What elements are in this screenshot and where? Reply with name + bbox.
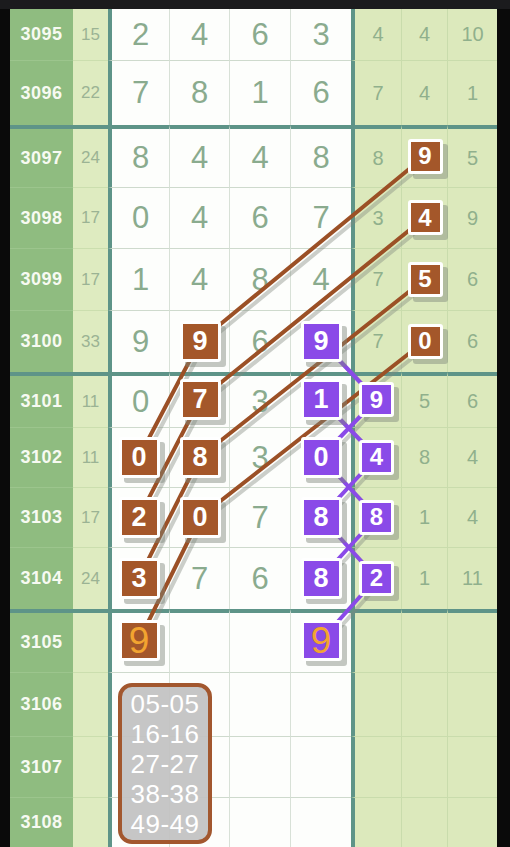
note-line: 38-38 [131,779,200,809]
status-bar [0,0,510,9]
cell-3105-s2 [402,609,448,672]
cell-3106-s1 [351,672,402,736]
cell-3103-s2: 1 [402,487,448,547]
cell-3097-m4: 8 [291,125,351,187]
cell-3097-sum: 24 [73,125,108,187]
cell-3099-m2: 4 [170,248,230,310]
highlight-brown-3105-m1: 9 [119,620,160,661]
cell-3105-s3 [448,609,497,672]
cell-3106-m3 [230,672,291,736]
highlight-brown-3100-s2: 0 [408,324,443,359]
cell-3107-s3 [448,736,497,797]
cell-3098-s1: 3 [351,187,402,248]
cell-3097-m2: 4 [170,125,230,187]
highlight-purple-3103-s1: 8 [359,500,394,535]
cell-3105-id: 3105 [10,609,73,672]
cell-3105-s1 [351,609,402,672]
cell-3105-m3 [230,609,291,672]
cell-3100-m1: 9 [108,310,170,372]
cell-3098-m2: 4 [170,187,230,248]
cell-3106-id: 3106 [10,672,73,736]
cell-3107-s1 [351,736,402,797]
note-box: 05-0516-1627-2738-3849-49 [118,683,212,844]
cell-3098-sum: 17 [73,187,108,248]
cell-3095-m3: 6 [230,9,291,60]
cell-3099-m4: 4 [291,248,351,310]
cell-3100-sum: 33 [73,310,108,372]
cell-3097-m3: 4 [230,125,291,187]
cell-3105-m2 [170,609,230,672]
cell-3104-m2: 7 [170,547,230,609]
cell-3099-id: 3099 [10,248,73,310]
highlight-purple-3102-m4: 0 [301,437,342,478]
cell-3104-sum: 24 [73,547,108,609]
cell-3098-m4: 7 [291,187,351,248]
note-line: 27-27 [131,749,200,779]
cell-3097-m1: 8 [108,125,170,187]
cell-3102-s3: 4 [448,427,497,487]
note-line: 16-16 [131,719,200,749]
cell-3097-s1: 8 [351,125,402,187]
cell-3108-m4 [291,797,351,847]
cell-3099-s3: 6 [448,248,497,310]
highlight-brown-3097-s2: 9 [408,139,443,174]
cell-3095-m4: 3 [291,9,351,60]
cell-3097-id: 3097 [10,125,73,187]
highlight-purple-3100-m4: 9 [301,321,342,362]
cell-3102-m3: 3 [230,427,291,487]
highlight-brown-3103-m2: 0 [180,497,221,538]
cell-3106-m4 [291,672,351,736]
cell-3101-id: 3101 [10,372,73,427]
cell-3095-s1: 4 [351,9,402,60]
cell-3106-s3 [448,672,497,736]
trend-grid: 3095152463441030962278167413097248448853… [10,9,497,847]
cell-3099-m1: 1 [108,248,170,310]
cell-3108-id: 3108 [10,797,73,847]
cell-3100-m3: 6 [230,310,291,372]
cell-3108-sum [73,797,108,847]
cell-3104-s3: 11 [448,547,497,609]
highlight-brown-3104-m1: 3 [119,558,160,599]
highlight-purple-3104-m4: 8 [301,558,342,599]
highlight-purple-3104-s1: 2 [359,561,394,596]
cell-3101-m1: 0 [108,372,170,427]
highlight-brown-3101-m2: 7 [180,379,221,420]
cell-3107-id: 3107 [10,736,73,797]
cell-3095-s2: 4 [402,9,448,60]
cell-3096-m1: 7 [108,60,170,125]
cell-3096-s3: 1 [448,60,497,125]
cell-3096-m4: 6 [291,60,351,125]
cell-3095-s3: 10 [448,9,497,60]
cell-3107-s2 [402,736,448,797]
highlight-purple-3101-s1: 9 [359,382,394,417]
cell-3096-s1: 7 [351,60,402,125]
highlight-brown-3103-m1: 2 [119,497,160,538]
cell-3103-s3: 4 [448,487,497,547]
cell-3096-s2: 4 [402,60,448,125]
cell-3097-s3: 5 [448,125,497,187]
cell-3103-sum: 17 [73,487,108,547]
cell-3107-sum [73,736,108,797]
cell-3108-s2 [402,797,448,847]
highlight-purple-3105-m4: 9 [301,620,342,661]
highlight-brown-3102-m1: 0 [119,437,160,478]
cell-3098-m3: 6 [230,187,291,248]
note-line: 49-49 [131,809,200,839]
cell-3096-m2: 8 [170,60,230,125]
cell-3099-m3: 8 [230,248,291,310]
cell-3095-m2: 4 [170,9,230,60]
cell-3101-m3: 3 [230,372,291,427]
cell-3103-m3: 7 [230,487,291,547]
cell-3101-s3: 6 [448,372,497,427]
cell-3100-s3: 6 [448,310,497,372]
note-line: 05-05 [131,689,200,719]
cell-3108-s1 [351,797,402,847]
cell-3100-s1: 7 [351,310,402,372]
cell-3099-sum: 17 [73,248,108,310]
cell-3098-s3: 9 [448,187,497,248]
cell-3101-sum: 11 [73,372,108,427]
cell-3102-id: 3102 [10,427,73,487]
cell-3107-m3 [230,736,291,797]
highlight-brown-3102-m2: 8 [180,437,221,478]
cell-3104-id: 3104 [10,547,73,609]
cell-3104-s2: 1 [402,547,448,609]
cell-3098-m1: 0 [108,187,170,248]
highlight-purple-3101-m4: 1 [301,379,342,420]
cell-3102-sum: 11 [73,427,108,487]
cell-3106-sum [73,672,108,736]
cell-3095-m1: 2 [108,9,170,60]
cell-3108-m3 [230,797,291,847]
lottery-trend-chart[interactable]: 3095152463441030962278167413097248448853… [0,0,510,847]
cell-3101-s2: 5 [402,372,448,427]
cell-3100-id: 3100 [10,310,73,372]
highlight-brown-3100-m2: 9 [180,321,221,362]
cell-3098-id: 3098 [10,187,73,248]
highlight-brown-3098-s2: 4 [408,200,443,235]
cell-3099-s1: 7 [351,248,402,310]
cell-3095-sum: 15 [73,9,108,60]
cell-3096-sum: 22 [73,60,108,125]
highlight-purple-3102-s1: 4 [359,440,394,475]
cell-3106-s2 [402,672,448,736]
cell-3095-id: 3095 [10,9,73,60]
highlight-purple-3103-m4: 8 [301,497,342,538]
cell-3107-m4 [291,736,351,797]
cell-3104-m3: 6 [230,547,291,609]
highlight-brown-3099-s2: 5 [408,262,443,297]
cell-3108-s3 [448,797,497,847]
cell-3096-m3: 1 [230,60,291,125]
cell-3103-id: 3103 [10,487,73,547]
cell-3102-s2: 8 [402,427,448,487]
cell-3096-id: 3096 [10,60,73,125]
cell-3105-sum [73,609,108,672]
